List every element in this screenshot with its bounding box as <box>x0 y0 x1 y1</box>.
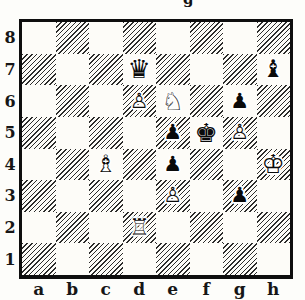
piece-white-rook[interactable]: ♖ <box>129 216 150 239</box>
piece-black-king[interactable]: ♚ <box>195 120 218 146</box>
chess-board: ♛♝♙♘♟♟♚♙♗♟♔♙♟♖ <box>19 19 293 279</box>
file-label-g: g <box>223 279 257 300</box>
square-f7[interactable] <box>190 54 224 86</box>
rank-label-7: 7 <box>1 54 19 86</box>
square-c3[interactable] <box>89 180 123 212</box>
square-b7[interactable] <box>56 54 90 86</box>
square-h6[interactable] <box>257 85 291 117</box>
piece-white-pawn[interactable]: ♙ <box>163 185 182 206</box>
rank-label-3: 3 <box>1 180 19 212</box>
piece-white-king[interactable]: ♔ <box>262 151 285 177</box>
rank-label-1: 1 <box>1 243 19 275</box>
square-h3[interactable] <box>257 180 291 212</box>
square-f6[interactable] <box>190 85 224 117</box>
square-d6[interactable]: ♙ <box>123 85 157 117</box>
square-b6[interactable] <box>56 85 90 117</box>
file-label-e: e <box>156 279 190 300</box>
piece-white-pawn[interactable]: ♙ <box>230 122 249 143</box>
file-label-f: f <box>190 279 224 300</box>
square-b8[interactable] <box>56 22 90 54</box>
square-e5[interactable]: ♟ <box>156 117 190 149</box>
rank-label-4: 4 <box>1 149 19 181</box>
cropped-caption-fragment: g <box>183 0 201 7</box>
piece-black-pawn[interactable]: ♟ <box>163 122 182 143</box>
file-label-c: c <box>89 279 123 300</box>
square-g6[interactable]: ♟ <box>223 85 257 117</box>
square-h8[interactable] <box>257 22 291 54</box>
square-b2[interactable] <box>56 212 90 244</box>
file-labels: abcdefgh <box>19 279 293 300</box>
square-d2[interactable]: ♖ <box>123 212 157 244</box>
square-c5[interactable] <box>89 117 123 149</box>
square-c6[interactable] <box>89 85 123 117</box>
square-h2[interactable] <box>257 212 291 244</box>
square-h7[interactable]: ♝ <box>257 54 291 86</box>
square-d3[interactable] <box>123 180 157 212</box>
piece-black-queen[interactable]: ♛ <box>128 56 151 82</box>
square-b4[interactable] <box>56 149 90 181</box>
piece-black-bishop[interactable]: ♝ <box>262 57 284 81</box>
rank-label-8: 8 <box>1 22 19 54</box>
square-f3[interactable] <box>190 180 224 212</box>
file-label-a: a <box>22 279 56 300</box>
piece-white-bishop[interactable]: ♗ <box>95 152 117 176</box>
square-a3[interactable] <box>22 180 56 212</box>
square-e3[interactable]: ♙ <box>156 180 190 212</box>
square-g8[interactable] <box>223 22 257 54</box>
square-b5[interactable] <box>56 117 90 149</box>
square-d1[interactable] <box>123 243 157 275</box>
square-a1[interactable] <box>22 243 56 275</box>
square-a5[interactable] <box>22 117 56 149</box>
piece-white-pawn[interactable]: ♙ <box>130 91 149 112</box>
square-e8[interactable] <box>156 22 190 54</box>
piece-black-pawn[interactable]: ♟ <box>230 185 249 206</box>
square-a6[interactable] <box>22 85 56 117</box>
square-a8[interactable] <box>22 22 56 54</box>
rank-label-2: 2 <box>1 212 19 244</box>
rank-labels: 87654321 <box>1 19 19 279</box>
square-d4[interactable] <box>123 149 157 181</box>
piece-white-knight[interactable]: ♘ <box>162 89 184 114</box>
square-h4[interactable]: ♔ <box>257 149 291 181</box>
square-b3[interactable] <box>56 180 90 212</box>
square-h1[interactable] <box>257 243 291 275</box>
piece-black-pawn[interactable]: ♟ <box>163 154 182 175</box>
square-c4[interactable]: ♗ <box>89 149 123 181</box>
square-h5[interactable] <box>257 117 291 149</box>
square-e7[interactable] <box>156 54 190 86</box>
square-g5[interactable]: ♙ <box>223 117 257 149</box>
square-g3[interactable]: ♟ <box>223 180 257 212</box>
square-b1[interactable] <box>56 243 90 275</box>
square-f1[interactable] <box>190 243 224 275</box>
square-a7[interactable] <box>22 54 56 86</box>
square-e2[interactable] <box>156 212 190 244</box>
rank-label-5: 5 <box>1 117 19 149</box>
caption-fragment-text: g <box>183 0 201 7</box>
square-d7[interactable]: ♛ <box>123 54 157 86</box>
rank-label-6: 6 <box>1 85 19 117</box>
square-e4[interactable]: ♟ <box>156 149 190 181</box>
square-g7[interactable] <box>223 54 257 86</box>
square-d5[interactable] <box>123 117 157 149</box>
square-f5[interactable]: ♚ <box>190 117 224 149</box>
square-g2[interactable] <box>223 212 257 244</box>
file-label-d: d <box>123 279 157 300</box>
piece-black-pawn[interactable]: ♟ <box>230 91 249 112</box>
square-c2[interactable] <box>89 212 123 244</box>
square-e1[interactable] <box>156 243 190 275</box>
square-d8[interactable] <box>123 22 157 54</box>
square-f4[interactable] <box>190 149 224 181</box>
square-f2[interactable] <box>190 212 224 244</box>
chess-diagram: g 87654321 ♛♝♙♘♟♟♚♙♗♟♔♙♟♖ abcdefgh <box>0 0 305 300</box>
square-c7[interactable] <box>89 54 123 86</box>
square-g1[interactable] <box>223 243 257 275</box>
file-label-b: b <box>56 279 90 300</box>
square-c1[interactable] <box>89 243 123 275</box>
square-a2[interactable] <box>22 212 56 244</box>
square-g4[interactable] <box>223 149 257 181</box>
square-e6[interactable]: ♘ <box>156 85 190 117</box>
board-layout: 87654321 ♛♝♙♘♟♟♚♙♗♟♔♙♟♖ abcdefgh <box>1 19 293 300</box>
square-a4[interactable] <box>22 149 56 181</box>
square-f8[interactable] <box>190 22 224 54</box>
file-label-h: h <box>257 279 291 300</box>
square-c8[interactable] <box>89 22 123 54</box>
